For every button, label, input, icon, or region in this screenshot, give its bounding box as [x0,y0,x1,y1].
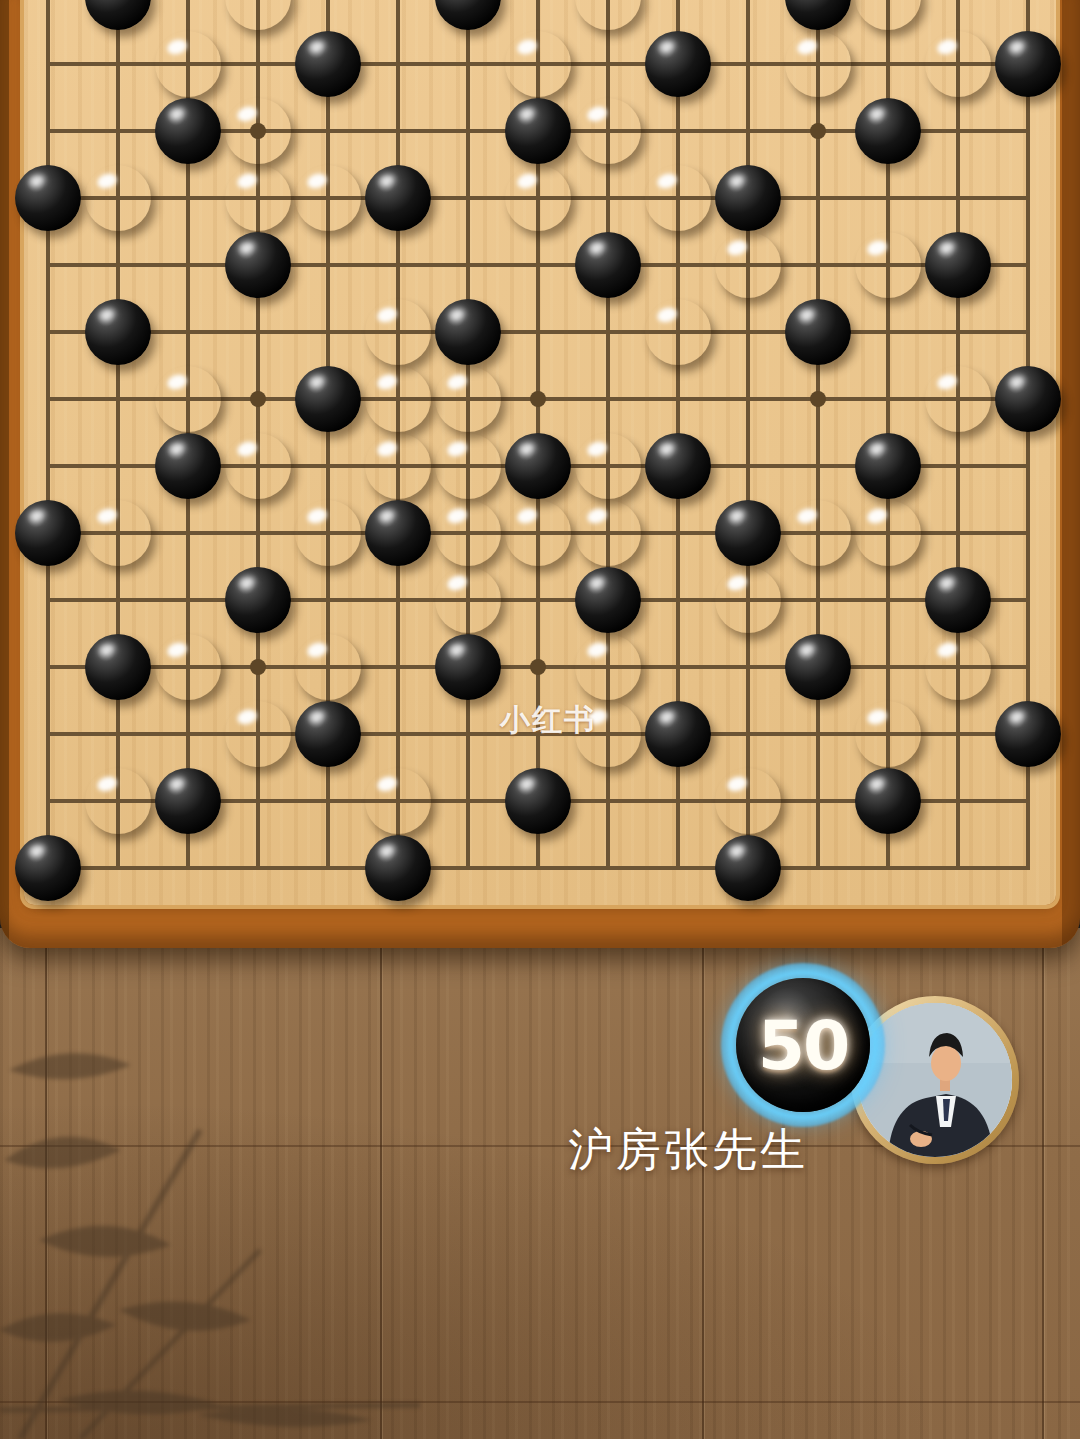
stone-white [855,0,921,30]
stone-black [15,835,81,901]
stone-white [855,500,921,566]
stone-white [785,31,851,97]
stone-white [225,0,291,30]
stone-white [855,701,921,767]
stone-black [435,634,501,700]
stone-black [925,567,991,633]
grid-line-horizontal [46,866,1030,870]
stone-black [435,0,501,30]
stone-white [435,433,501,499]
stone-white [925,366,991,432]
stone-black [295,366,361,432]
stone-black [645,433,711,499]
stone-black [505,768,571,834]
stone-black [785,634,851,700]
stone-black [855,98,921,164]
stone-white [365,299,431,365]
stone-white [155,634,221,700]
stone-black [855,433,921,499]
board-layer [0,0,1080,948]
stone-black [995,31,1061,97]
game-screen: 小红书 50 沪房张先生 [0,0,1080,1439]
stone-white [575,500,641,566]
stone-black [295,701,361,767]
stone-white [505,31,571,97]
stone-white [645,165,711,231]
star-point [810,391,826,407]
stone-white [715,768,781,834]
star-point [810,123,826,139]
stone-black [645,31,711,97]
stone-white [85,165,151,231]
stone-black [785,0,851,30]
stone-white [505,165,571,231]
star-point [250,391,266,407]
stone-white [85,500,151,566]
gomoku-board: 小红书 [0,0,1080,948]
stone-black [785,299,851,365]
star-point [530,391,546,407]
stone-black [365,835,431,901]
stone-black [995,701,1061,767]
star-point [530,659,546,675]
stone-black [715,835,781,901]
stone-black [505,98,571,164]
stone-black [15,165,81,231]
stone-black [855,768,921,834]
stone-black [85,0,151,30]
stone-white [225,98,291,164]
stone-white [435,567,501,633]
player-name: 沪房张先生 [568,1120,828,1180]
stone-white [925,31,991,97]
stone-black [225,232,291,298]
stone-black [575,232,641,298]
stone-white [715,567,781,633]
stone-white [155,366,221,432]
stone-white [155,31,221,97]
watermark: 小红书 [500,700,596,741]
stone-white [435,366,501,432]
stone-black [575,567,641,633]
timer-value: 50 [758,1006,849,1085]
stone-white [715,232,781,298]
grid-line-horizontal [46,330,1030,334]
stone-black [85,299,151,365]
stone-black [435,299,501,365]
stone-white [225,433,291,499]
stone-black [995,366,1061,432]
stone-black [295,31,361,97]
stone-black [225,567,291,633]
stone-black [365,165,431,231]
stone-white [575,98,641,164]
stone-black [85,634,151,700]
stone-white [225,165,291,231]
stone-black [505,433,571,499]
stone-black [715,500,781,566]
stone-white [505,500,571,566]
stone-white [575,0,641,30]
stone-white [925,634,991,700]
plank-seam [702,928,705,1439]
stone-white [85,768,151,834]
stone-white [295,500,361,566]
stone-white [365,366,431,432]
stone-white [295,634,361,700]
stone-black [15,500,81,566]
grid-line-horizontal [46,598,1030,602]
stone-black [925,232,991,298]
stone-white [785,500,851,566]
stone-white [435,500,501,566]
stone-white [645,299,711,365]
plank-seam [1042,928,1045,1439]
bamboo-decoration [0,1010,430,1439]
stone-black [155,433,221,499]
move-timer-badge: 50 [736,978,870,1112]
stone-black [645,701,711,767]
stone-white [225,701,291,767]
stone-white [365,433,431,499]
stone-black [365,500,431,566]
stone-white [855,232,921,298]
stone-black [155,768,221,834]
star-point [250,659,266,675]
stone-white [575,433,641,499]
stone-black [155,98,221,164]
stone-white [295,165,361,231]
stone-white [575,634,641,700]
stone-white [365,768,431,834]
stone-black [715,165,781,231]
